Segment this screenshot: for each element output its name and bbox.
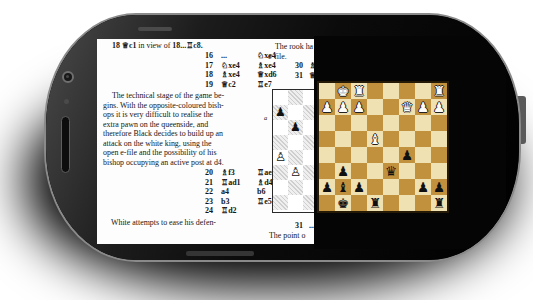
move-list: 31...	[97, 221, 297, 231]
annotation-line: The rook ha	[275, 42, 313, 52]
board-square[interactable]: ♛	[399, 99, 415, 115]
board-panel: ♚♜♜♟♟♟♛♟♟♝♟♟♛♟♝♟♟♟♚♜♜	[314, 36, 506, 249]
board-square[interactable]	[351, 163, 367, 179]
board-square[interactable]: ♟	[319, 179, 335, 195]
text-line: open e-file and the possibility of his	[103, 148, 265, 158]
white-bishop-piece: ♝	[369, 131, 381, 147]
phone-bezel: 18 ♕c1 in view of 18...♖c8. 16...♘xe417♘…	[46, 15, 519, 260]
board-square[interactable]	[383, 195, 399, 211]
black-rook-piece: ♜	[433, 195, 445, 211]
move-text: ♖ad1	[221, 178, 241, 188]
board-square[interactable]	[431, 163, 447, 179]
move-row: 21♖ad1♗d4	[97, 178, 297, 188]
move-text: b3	[221, 197, 229, 207]
move-row: 24♖d2	[97, 206, 297, 216]
board-square[interactable]: ♛	[383, 163, 399, 179]
board-square[interactable]	[319, 147, 335, 163]
board-square[interactable]	[399, 83, 415, 99]
board-square[interactable]	[383, 179, 399, 195]
move-text: ♖e7	[257, 80, 272, 90]
white-king-piece: ♚	[337, 83, 349, 99]
move-number: 30	[287, 61, 303, 71]
board-square[interactable]: ♝	[367, 131, 383, 147]
black-king-piece: ♚	[337, 195, 349, 211]
board-square[interactable]: ♟	[319, 99, 335, 115]
board-square[interactable]	[319, 195, 335, 211]
board-square[interactable]: ♝	[335, 179, 351, 195]
board-square[interactable]	[399, 115, 415, 131]
board-square[interactable]	[415, 115, 431, 131]
black-pawn-piece: ♟	[275, 105, 286, 120]
text-line: gins. With the opposite-coloured bish-	[103, 101, 265, 111]
board-square	[288, 135, 303, 150]
move-number: 21	[197, 178, 213, 188]
move-text: ♖e5	[257, 197, 272, 207]
board-square[interactable]	[319, 163, 335, 179]
annotation-line: 18 ♕c1 in view of 18...♖c8.	[112, 41, 203, 51]
text-line: therefore Black decides to build up an	[103, 129, 265, 139]
board-square[interactable]: ♜	[367, 195, 383, 211]
white-rook-piece: ♜	[433, 83, 445, 99]
board-square[interactable]	[383, 83, 399, 99]
move-text: a4	[221, 187, 229, 197]
board-square[interactable]: ♟	[431, 179, 447, 195]
camera-icon	[62, 71, 74, 83]
board-square	[273, 135, 288, 150]
white-pawn-piece: ♟	[417, 99, 429, 115]
annotation-paragraph: The technical stage of the game be-gins.…	[103, 91, 265, 167]
annotation-text: in view of	[136, 41, 172, 50]
board-square[interactable]	[399, 163, 415, 179]
promo-background: 18 ♕c1 in view of 18...♖c8. 16...♘xe417♘…	[0, 0, 533, 300]
move-text: b6	[257, 187, 265, 197]
board-square[interactable]	[335, 115, 351, 131]
board-square[interactable]	[415, 147, 431, 163]
move-row: 16...♘xe4	[97, 51, 297, 61]
usb-port	[186, 251, 254, 256]
volume-button	[138, 27, 172, 31]
board-square: ♙	[273, 150, 288, 165]
board-square[interactable]	[415, 195, 431, 211]
black-pawn-piece: ♟	[290, 120, 301, 135]
white-queen-piece: ♛	[401, 99, 413, 115]
board-square[interactable]	[335, 147, 351, 163]
board-square	[273, 90, 288, 105]
move-number: 20	[197, 168, 213, 178]
move-row: 31...	[97, 221, 297, 231]
move-row: 19♕c2♖e7	[97, 80, 297, 90]
board-square[interactable]	[351, 147, 367, 163]
move-number: 23	[197, 197, 213, 207]
board-square[interactable]	[415, 163, 431, 179]
board-square[interactable]: ♜	[431, 195, 447, 211]
text-line: attack on the white king, using the	[103, 139, 265, 149]
white-rook-piece: ♜	[353, 83, 365, 99]
move-row: 30♗g	[97, 61, 297, 71]
board-square[interactable]	[399, 131, 415, 147]
board-square[interactable]	[367, 179, 383, 195]
black-pawn-piece: ♟	[337, 163, 349, 179]
board-square[interactable]	[415, 131, 431, 147]
move-row: 23b3♖e5	[97, 197, 297, 207]
board-square[interactable]	[383, 115, 399, 131]
black-pawn-piece: ♟	[417, 179, 429, 195]
board-square[interactable]	[351, 131, 367, 147]
board-square[interactable]	[431, 131, 447, 147]
board-square[interactable]	[319, 131, 335, 147]
white-pawn-piece: ♟	[337, 99, 349, 115]
diagram-label: a	[264, 113, 267, 123]
text-line: bishop occupying an active post at d4.	[103, 158, 265, 168]
board-square[interactable]	[367, 99, 383, 115]
printed-diagram: ♟♟♙♙	[272, 89, 316, 213]
white-pawn-piece: ♟	[353, 99, 365, 115]
board-square[interactable]: ♟	[415, 179, 431, 195]
move-number: 19	[197, 80, 213, 90]
white-pawn-piece: ♟	[433, 99, 445, 115]
board-square[interactable]: ♟	[351, 99, 367, 115]
board-square: ♟	[273, 105, 288, 120]
board-square[interactable]	[383, 99, 399, 115]
board-square[interactable]	[431, 115, 447, 131]
board-square	[273, 165, 288, 180]
move-text: ♗f3	[221, 168, 235, 178]
board-square	[288, 105, 303, 120]
white-pawn-piece: ♙	[290, 165, 301, 180]
black-pawn-piece: ♟	[433, 179, 445, 195]
board-square: ♟	[288, 120, 303, 135]
board-square[interactable]	[319, 115, 335, 131]
board-square	[273, 195, 288, 210]
board-square	[288, 180, 303, 195]
board-square[interactable]	[383, 147, 399, 163]
move-row: 31♕e	[97, 71, 297, 81]
white-pawn-piece: ♟	[321, 99, 333, 115]
board-square[interactable]: ♟	[431, 99, 447, 115]
board-square[interactable]	[319, 83, 335, 99]
board-square[interactable]	[399, 179, 415, 195]
board-square[interactable]: ♟	[399, 147, 415, 163]
move-row: 22a4b6	[97, 187, 297, 197]
black-pawn-piece: ♟	[321, 179, 333, 195]
board-square[interactable]	[367, 115, 383, 131]
move-text: 18...♖c8.	[172, 41, 202, 50]
move-number: 16	[197, 51, 213, 61]
board-square[interactable]: ♜	[431, 83, 447, 99]
annotation-line: e-file.	[268, 52, 287, 62]
board-square	[273, 120, 288, 135]
text-line: ops it is very difficult to realise the	[103, 110, 265, 120]
move-text: ...	[221, 51, 227, 61]
board-square[interactable]: ♟	[335, 99, 351, 115]
black-rook-piece: ♜	[369, 195, 381, 211]
black-pawn-piece: ♟	[353, 179, 365, 195]
speaker-grille-icon	[61, 116, 70, 173]
move-text: ♗d4	[257, 178, 273, 188]
board-square[interactable]: ♚	[335, 195, 351, 211]
board-square[interactable]	[367, 147, 383, 163]
chess-board[interactable]: ♚♜♜♟♟♟♛♟♟♝♟♟♛♟♝♟♟♟♚♜♜	[317, 81, 449, 213]
board-square[interactable]	[399, 195, 415, 211]
board-square	[288, 195, 303, 210]
board-square[interactable]	[335, 131, 351, 147]
move-text: ♕c2	[221, 80, 236, 90]
move-text: 18 ♕c1	[112, 41, 136, 50]
black-queen-piece: ♛	[385, 163, 397, 179]
board-square	[273, 180, 288, 195]
move-number: 31	[287, 71, 303, 81]
move-number: 31	[287, 221, 303, 231]
board-square	[288, 150, 303, 165]
board-square[interactable]: ♟	[415, 99, 431, 115]
move-row: 20♗f3♖ae8	[97, 168, 297, 178]
board-square[interactable]	[415, 83, 431, 99]
annotation-line: The point o	[269, 231, 305, 241]
board-square	[288, 90, 303, 105]
move-list: 30♗g31♕e	[97, 61, 297, 80]
move-list: 20♗f3♖ae821♖ad1♗d422a4b623b3♖e524♖d2	[97, 168, 297, 216]
board-square[interactable]	[367, 163, 383, 179]
black-bishop-piece: ♝	[337, 179, 349, 195]
black-pawn-piece: ♟	[401, 147, 413, 163]
move-number: 22	[197, 187, 213, 197]
printed-diagram-grid: ♟♟♙♙	[273, 90, 315, 210]
board-square[interactable]: ♟	[335, 163, 351, 179]
board-square[interactable]	[383, 131, 399, 147]
light-sensor-icon	[64, 99, 69, 104]
move-text: ♖d2	[221, 206, 237, 216]
text-line: The technical stage of the game be-	[103, 91, 265, 101]
board-square[interactable]	[351, 115, 367, 131]
board-square[interactable]: ♚	[335, 83, 351, 99]
board-square[interactable]	[431, 147, 447, 163]
board-square[interactable]: ♟	[351, 179, 367, 195]
board-square: ♙	[288, 165, 303, 180]
board-square[interactable]: ♜	[351, 83, 367, 99]
text-line: extra pawn on the queenside, and	[103, 120, 265, 130]
board-square[interactable]	[367, 83, 383, 99]
phone-frame: 18 ♕c1 in view of 18...♖c8. 16...♘xe417♘…	[44, 13, 521, 262]
board-square[interactable]	[351, 195, 367, 211]
move-number: 24	[197, 206, 213, 216]
white-pawn-piece: ♙	[275, 150, 286, 165]
